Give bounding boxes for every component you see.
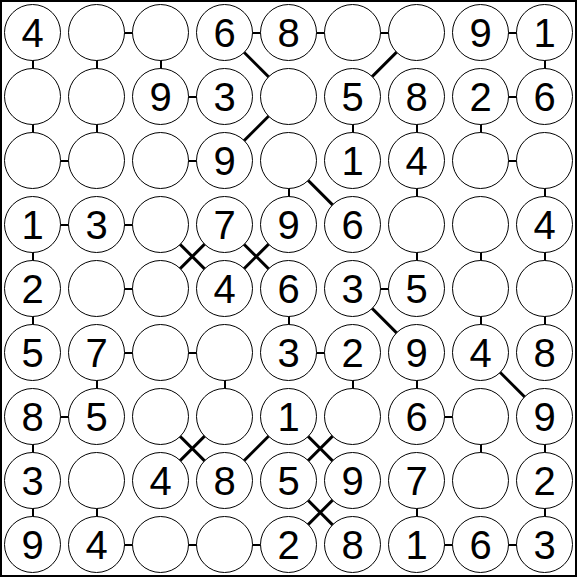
cell-r5c7[interactable]: 5 (388, 260, 445, 317)
cell-r8c2[interactable] (68, 452, 125, 509)
cell-digit: 9 (533, 397, 555, 437)
cell-digit: 8 (533, 333, 555, 373)
cell-r8c7[interactable]: 7 (388, 452, 445, 509)
cell-r5c1[interactable]: 2 (4, 260, 61, 317)
cell-digit: 2 (277, 525, 299, 565)
cell-digit: 8 (21, 397, 43, 437)
cell-r4c4[interactable]: 7 (196, 196, 253, 253)
cell-r6c3[interactable] (132, 324, 189, 381)
cell-r9c1[interactable]: 9 (4, 516, 61, 573)
cell-r7c6[interactable] (324, 388, 381, 445)
cell-r8c6[interactable]: 9 (324, 452, 381, 509)
cell-r8c1[interactable]: 3 (4, 452, 61, 509)
cell-r9c7[interactable]: 1 (388, 516, 445, 573)
cell-digit: 7 (85, 333, 107, 373)
cell-digit: 3 (341, 269, 363, 309)
cell-digit: 1 (341, 141, 363, 181)
cell-r9c4[interactable] (196, 516, 253, 573)
cell-digit: 5 (21, 333, 43, 373)
cell-digit: 4 (85, 525, 107, 565)
cell-r4c6[interactable]: 6 (324, 196, 381, 253)
cell-r9c2[interactable]: 4 (68, 516, 125, 573)
cell-r3c3[interactable] (132, 132, 189, 189)
cell-r5c8[interactable] (452, 260, 509, 317)
cell-digit: 4 (469, 333, 491, 373)
cell-digit: 2 (341, 333, 363, 373)
cell-r9c8[interactable]: 6 (452, 516, 509, 573)
cell-digit: 6 (277, 269, 299, 309)
cell-digit: 8 (341, 525, 363, 565)
cell-r4c9[interactable]: 4 (516, 196, 573, 253)
cell-r9c9[interactable]: 3 (516, 516, 573, 573)
cell-digit: 7 (213, 205, 235, 245)
cell-r2c2[interactable] (68, 68, 125, 125)
cell-r7c9[interactable]: 9 (516, 388, 573, 445)
cell-r5c4[interactable]: 4 (196, 260, 253, 317)
cell-digit: 1 (277, 397, 299, 437)
cell-digit: 9 (149, 77, 171, 117)
cell-r2c8[interactable]: 2 (452, 68, 509, 125)
cell-digit: 6 (405, 397, 427, 437)
cell-digit: 4 (405, 141, 427, 181)
cell-r9c5[interactable]: 2 (260, 516, 317, 573)
cell-r1c8[interactable]: 9 (452, 4, 509, 61)
cell-r7c7[interactable]: 6 (388, 388, 445, 445)
cell-digit: 9 (341, 461, 363, 501)
cell-r7c1[interactable]: 8 (4, 388, 61, 445)
cell-r1c1[interactable]: 4 (4, 4, 61, 61)
cell-digit: 9 (213, 141, 235, 181)
cell-digit: 3 (85, 205, 107, 245)
cell-digit: 9 (21, 525, 43, 565)
cell-digit: 1 (533, 13, 555, 53)
cell-digit: 5 (341, 77, 363, 117)
cell-digit: 6 (469, 525, 491, 565)
cell-r6c9[interactable]: 8 (516, 324, 573, 381)
cell-r1c5[interactable]: 8 (260, 4, 317, 61)
cell-digit: 6 (341, 205, 363, 245)
cell-r4c2[interactable]: 3 (68, 196, 125, 253)
cell-r4c3[interactable] (132, 196, 189, 253)
cell-digit: 3 (213, 77, 235, 117)
cell-digit: 2 (21, 269, 43, 309)
cell-r8c9[interactable]: 2 (516, 452, 573, 509)
cell-digit: 5 (85, 397, 107, 437)
cell-r2c7[interactable]: 8 (388, 68, 445, 125)
cell-r8c4[interactable]: 8 (196, 452, 253, 509)
cell-r1c4[interactable]: 6 (196, 4, 253, 61)
cell-r3c7[interactable]: 4 (388, 132, 445, 189)
cell-r4c8[interactable] (452, 196, 509, 253)
cell-r1c6[interactable] (324, 4, 381, 61)
cell-r2c3[interactable]: 9 (132, 68, 189, 125)
cell-digit: 3 (277, 333, 299, 373)
cell-r6c4[interactable] (196, 324, 253, 381)
cell-digit: 7 (405, 461, 427, 501)
cell-digit: 1 (21, 205, 43, 245)
cell-r6c1[interactable]: 5 (4, 324, 61, 381)
cell-digit: 5 (405, 269, 427, 309)
cell-r7c5[interactable]: 1 (260, 388, 317, 445)
cell-digit: 2 (533, 461, 555, 501)
cell-r8c3[interactable]: 4 (132, 452, 189, 509)
cell-digit: 4 (213, 269, 235, 309)
cell-r6c7[interactable]: 9 (388, 324, 445, 381)
cell-digit: 9 (405, 333, 427, 373)
cell-r4c1[interactable]: 1 (4, 196, 61, 253)
cell-r4c5[interactable]: 9 (260, 196, 317, 253)
cell-r3c1[interactable] (4, 132, 61, 189)
cell-digit: 8 (277, 13, 299, 53)
cell-r2c5[interactable] (260, 68, 317, 125)
cell-digit: 8 (405, 77, 427, 117)
cell-r6c5[interactable]: 3 (260, 324, 317, 381)
cell-digit: 4 (21, 13, 43, 53)
cell-digit: 8 (213, 461, 235, 501)
cell-r3c2[interactable] (68, 132, 125, 189)
cell-r2c4[interactable]: 3 (196, 68, 253, 125)
cell-r8c5[interactable]: 5 (260, 452, 317, 509)
cell-r1c3[interactable] (132, 4, 189, 61)
cell-r3c6[interactable]: 1 (324, 132, 381, 189)
cell-digit: 4 (533, 205, 555, 245)
cell-digit: 5 (277, 461, 299, 501)
chain-sudoku-board: 4689193582691413796424635573294885169348… (0, 0, 577, 577)
cell-r1c9[interactable]: 1 (516, 4, 573, 61)
cell-r7c4[interactable] (196, 388, 253, 445)
cell-digit: 6 (213, 13, 235, 53)
cell-r3c9[interactable] (516, 132, 573, 189)
cell-r5c2[interactable] (68, 260, 125, 317)
cell-r5c9[interactable] (516, 260, 573, 317)
cell-r5c6[interactable]: 3 (324, 260, 381, 317)
cell-r2c9[interactable]: 6 (516, 68, 573, 125)
cell-r2c1[interactable] (4, 68, 61, 125)
cell-r6c2[interactable]: 7 (68, 324, 125, 381)
cell-digit: 2 (469, 77, 491, 117)
cell-r5c3[interactable] (132, 260, 189, 317)
cell-digit: 4 (149, 461, 171, 501)
cell-r3c5[interactable] (260, 132, 317, 189)
cell-r8c8[interactable] (452, 452, 509, 509)
cell-r3c4[interactable]: 9 (196, 132, 253, 189)
cell-digit: 3 (21, 461, 43, 501)
cell-r9c6[interactable]: 8 (324, 516, 381, 573)
cell-r6c8[interactable]: 4 (452, 324, 509, 381)
cell-r4c7[interactable] (388, 196, 445, 253)
cell-r5c5[interactable]: 6 (260, 260, 317, 317)
cell-r6c6[interactable]: 2 (324, 324, 381, 381)
cell-r7c2[interactable]: 5 (68, 388, 125, 445)
cell-r7c3[interactable] (132, 388, 189, 445)
cell-digit: 1 (405, 525, 427, 565)
cell-digit: 9 (469, 13, 491, 53)
cell-digit: 6 (533, 77, 555, 117)
cell-r3c8[interactable] (452, 132, 509, 189)
cell-r1c2[interactable] (68, 4, 125, 61)
cell-r9c3[interactable] (132, 516, 189, 573)
cell-digit: 3 (533, 525, 555, 565)
cell-r2c6[interactable]: 5 (324, 68, 381, 125)
cell-r1c7[interactable] (388, 4, 445, 61)
cell-r7c8[interactable] (452, 388, 509, 445)
cell-digit: 9 (277, 205, 299, 245)
